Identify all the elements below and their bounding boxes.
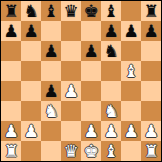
square-e6[interactable]: ♟ [81,41,101,61]
chess-board-frame: ♜♞♝♛♚♝♜♟♟♟♟♟♟♟♞♝♟♟♞♞♟♟♟♟♟♟♜♛♚♝♜ [0,0,162,162]
piece-black-pawn[interactable]: ♟ [23,21,38,41]
square-d1[interactable]: ♛ [61,141,81,161]
square-h4[interactable] [141,81,161,101]
piece-black-knight[interactable]: ♞ [23,1,38,21]
piece-white-queen[interactable]: ♛ [63,141,78,161]
square-h8[interactable]: ♜ [141,1,161,21]
square-h2[interactable]: ♟ [141,121,161,141]
square-d4[interactable]: ♟ [61,81,81,101]
piece-black-bishop[interactable]: ♝ [43,1,58,21]
square-f3[interactable]: ♞ [101,101,121,121]
square-h5[interactable] [141,61,161,81]
square-d2[interactable] [61,121,81,141]
square-d3[interactable] [61,101,81,121]
square-c4[interactable]: ♟ [41,81,61,101]
piece-white-pawn[interactable]: ♟ [103,121,118,141]
square-f8[interactable]: ♝ [101,1,121,21]
square-d5[interactable] [61,61,81,81]
square-g6[interactable] [121,41,141,61]
piece-black-pawn[interactable]: ♟ [83,41,98,61]
square-a6[interactable] [1,41,21,61]
square-g7[interactable]: ♟ [121,21,141,41]
square-f6[interactable]: ♞ [101,41,121,61]
piece-black-pawn[interactable]: ♟ [43,41,58,61]
square-b5[interactable] [21,61,41,81]
square-a4[interactable] [1,81,21,101]
piece-white-pawn[interactable]: ♟ [123,121,138,141]
square-h7[interactable]: ♟ [141,21,161,41]
piece-black-pawn[interactable]: ♟ [103,21,118,41]
square-a5[interactable] [1,61,21,81]
piece-white-knight[interactable]: ♞ [103,101,118,121]
piece-black-pawn[interactable]: ♟ [123,21,138,41]
piece-black-rook[interactable]: ♜ [143,1,158,21]
square-f5[interactable] [101,61,121,81]
square-g5[interactable]: ♝ [121,61,141,81]
piece-black-pawn[interactable]: ♟ [43,81,58,101]
piece-black-pawn[interactable]: ♟ [3,21,18,41]
piece-white-pawn[interactable]: ♟ [23,121,38,141]
square-g8[interactable] [121,1,141,21]
piece-white-pawn[interactable]: ♟ [143,121,158,141]
piece-white-pawn[interactable]: ♟ [3,121,18,141]
piece-black-rook[interactable]: ♜ [3,1,18,21]
chess-board: ♜♞♝♛♚♝♜♟♟♟♟♟♟♟♞♝♟♟♞♞♟♟♟♟♟♟♜♛♚♝♜ [1,1,161,161]
square-e7[interactable] [81,21,101,41]
square-b6[interactable] [21,41,41,61]
piece-white-pawn[interactable]: ♟ [63,81,78,101]
square-c3[interactable]: ♞ [41,101,61,121]
square-d6[interactable] [61,41,81,61]
square-c1[interactable] [41,141,61,161]
piece-white-bishop[interactable]: ♝ [123,61,138,81]
square-e3[interactable] [81,101,101,121]
piece-white-knight[interactable]: ♞ [43,101,58,121]
piece-white-bishop[interactable]: ♝ [103,141,118,161]
square-b7[interactable]: ♟ [21,21,41,41]
square-a2[interactable]: ♟ [1,121,21,141]
piece-black-king[interactable]: ♚ [83,1,98,21]
square-f4[interactable] [101,81,121,101]
piece-white-king[interactable]: ♚ [83,141,98,161]
piece-black-queen[interactable]: ♛ [63,1,78,21]
square-b3[interactable] [21,101,41,121]
square-g3[interactable] [121,101,141,121]
square-c8[interactable]: ♝ [41,1,61,21]
square-h6[interactable] [141,41,161,61]
square-b4[interactable] [21,81,41,101]
square-c5[interactable] [41,61,61,81]
square-b2[interactable]: ♟ [21,121,41,141]
square-g1[interactable] [121,141,141,161]
square-f1[interactable]: ♝ [101,141,121,161]
square-b8[interactable]: ♞ [21,1,41,21]
piece-white-rook[interactable]: ♜ [143,141,158,161]
square-f7[interactable]: ♟ [101,21,121,41]
square-a3[interactable] [1,101,21,121]
square-a7[interactable]: ♟ [1,21,21,41]
square-d8[interactable]: ♛ [61,1,81,21]
square-e8[interactable]: ♚ [81,1,101,21]
square-a8[interactable]: ♜ [1,1,21,21]
square-e4[interactable] [81,81,101,101]
piece-black-pawn[interactable]: ♟ [143,21,158,41]
square-g2[interactable]: ♟ [121,121,141,141]
square-e1[interactable]: ♚ [81,141,101,161]
square-b1[interactable] [21,141,41,161]
piece-white-pawn[interactable]: ♟ [83,121,98,141]
piece-black-bishop[interactable]: ♝ [103,1,118,21]
square-a1[interactable]: ♜ [1,141,21,161]
square-h1[interactable]: ♜ [141,141,161,161]
square-f2[interactable]: ♟ [101,121,121,141]
square-g4[interactable] [121,81,141,101]
square-c6[interactable]: ♟ [41,41,61,61]
square-c7[interactable] [41,21,61,41]
square-h3[interactable] [141,101,161,121]
square-c2[interactable] [41,121,61,141]
piece-black-knight[interactable]: ♞ [103,41,118,61]
square-e5[interactable] [81,61,101,81]
square-e2[interactable]: ♟ [81,121,101,141]
square-d7[interactable] [61,21,81,41]
piece-white-rook[interactable]: ♜ [3,141,18,161]
